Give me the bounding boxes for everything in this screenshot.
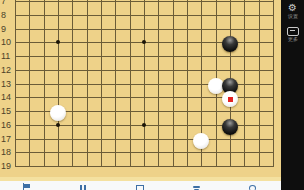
row-label: 10 bbox=[1, 37, 13, 47]
go-app-screen: 78910111213141516171819 ⚙ 设置 更多 bbox=[0, 0, 304, 190]
stone-white bbox=[193, 133, 209, 149]
row-label: 7 bbox=[1, 0, 13, 6]
stone-white bbox=[50, 105, 66, 121]
grid-line-horizontal bbox=[15, 1, 274, 2]
settings-label: 设置 bbox=[287, 14, 297, 20]
row-label: 12 bbox=[1, 65, 13, 75]
grid-line-horizontal bbox=[15, 152, 274, 153]
stone-black bbox=[222, 36, 238, 52]
sidebar-item-settings[interactable]: ⚙ 设置 bbox=[287, 2, 299, 20]
grid-line-horizontal bbox=[15, 56, 274, 57]
last-move-marker bbox=[228, 97, 233, 102]
bottom-toolbar bbox=[0, 181, 281, 190]
row-label: 9 bbox=[1, 24, 13, 34]
row-label: 18 bbox=[1, 147, 13, 157]
more-icon bbox=[287, 27, 299, 36]
stone-black bbox=[222, 119, 238, 135]
right-sidebar: ⚙ 设置 更多 bbox=[281, 0, 304, 190]
toolbar-icon-5[interactable] bbox=[248, 183, 258, 190]
star-point bbox=[56, 40, 60, 44]
row-label: 15 bbox=[1, 106, 13, 116]
toolbar-icon-3[interactable] bbox=[135, 183, 145, 190]
toolbar-icon-1[interactable] bbox=[23, 183, 33, 190]
toolbar-icon-4[interactable] bbox=[192, 183, 202, 190]
gear-icon: ⚙ bbox=[288, 2, 297, 13]
sidebar-item-more[interactable]: 更多 bbox=[287, 25, 299, 43]
grid-line-horizontal bbox=[15, 70, 274, 71]
grid-line-horizontal bbox=[15, 15, 274, 16]
star-point bbox=[56, 123, 60, 127]
row-label: 16 bbox=[1, 120, 13, 130]
go-board[interactable]: 78910111213141516171819 bbox=[0, 0, 281, 180]
row-label: 19 bbox=[1, 161, 13, 171]
row-label: 14 bbox=[1, 92, 13, 102]
row-label: 17 bbox=[1, 134, 13, 144]
grid-line-horizontal bbox=[15, 166, 274, 167]
row-label: 11 bbox=[1, 51, 13, 61]
row-label: 13 bbox=[1, 79, 13, 89]
more-label: 更多 bbox=[287, 37, 297, 43]
stone-white bbox=[222, 91, 238, 107]
grid-line-horizontal bbox=[15, 139, 274, 140]
grid-line-horizontal bbox=[15, 29, 274, 30]
toolbar-icon-2[interactable] bbox=[79, 183, 89, 190]
star-point bbox=[142, 123, 146, 127]
row-label: 8 bbox=[1, 10, 13, 20]
star-point bbox=[142, 40, 146, 44]
